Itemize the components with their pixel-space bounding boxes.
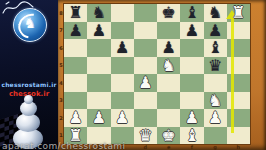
piece-black-pawn: ♟ [208, 22, 222, 39]
piece-white-rook: ♜ [231, 4, 245, 21]
square-d1[interactable]: ♛ [134, 127, 157, 145]
square-e2[interactable] [157, 109, 180, 127]
square-e8[interactable]: ♚ [157, 4, 180, 22]
piece-black-pawn: ♟ [115, 39, 129, 56]
piece-white-pawn: ♟ [68, 109, 82, 126]
piece-black-pawn: ♟ [161, 39, 175, 56]
square-g6[interactable]: ♝ [204, 39, 227, 57]
pawn-sphere-knob [24, 95, 33, 104]
piece-black-king: ♚ [161, 4, 175, 21]
piece-black-knight: ♞ [92, 4, 106, 21]
square-b5[interactable] [87, 57, 110, 75]
square-g8[interactable]: ♞ [204, 4, 227, 22]
square-b6[interactable] [87, 39, 110, 57]
square-b4[interactable] [87, 74, 110, 92]
square-g4[interactable] [204, 74, 227, 92]
square-e3[interactable] [157, 92, 180, 110]
square-c5[interactable] [111, 57, 134, 75]
square-f3[interactable] [180, 92, 203, 110]
square-c8[interactable] [111, 4, 134, 22]
logo-knight-icon: ♞ [14, 15, 46, 31]
square-f7[interactable]: ♟ [180, 22, 203, 40]
piece-black-rook: ♜ [68, 4, 82, 21]
square-a7[interactable]: ♟ [64, 22, 87, 40]
square-e6[interactable]: ♟ [157, 39, 180, 57]
square-a8[interactable]: ♜ [64, 4, 87, 22]
square-b3[interactable] [87, 92, 110, 110]
square-f2[interactable]: ♟ [180, 109, 203, 127]
site-name-primary: chessrostami.ir [0, 81, 58, 88]
watermark-url: aparat.com/chessrostami [2, 141, 125, 150]
piece-white-pawn: ♟ [92, 109, 106, 126]
piece-white-king: ♚ [161, 127, 175, 144]
piece-black-bishop: ♝ [208, 39, 222, 56]
file-label-d: d [134, 144, 157, 150]
square-e7[interactable] [157, 22, 180, 40]
square-g7[interactable]: ♟ [204, 22, 227, 40]
square-g1[interactable] [204, 127, 227, 145]
square-d8[interactable] [134, 4, 157, 22]
square-b2[interactable]: ♟ [87, 109, 110, 127]
piece-black-knight: ♞ [208, 4, 222, 21]
piece-white-knight: ♞ [208, 92, 222, 109]
piece-black-bishop: ♝ [185, 4, 199, 21]
square-a4[interactable] [64, 74, 87, 92]
piece-white-pawn: ♟ [208, 109, 222, 126]
square-d6[interactable] [134, 39, 157, 57]
piece-white-bishop: ♝ [185, 127, 199, 144]
piece-white-queen: ♛ [138, 127, 152, 144]
square-f4[interactable] [180, 74, 203, 92]
square-c2[interactable]: ♟ [111, 109, 134, 127]
video-frame: ♞ chessrostami.ir chessok.ir 87654321 ♜♞… [0, 0, 266, 150]
square-d5[interactable] [134, 57, 157, 75]
square-d3[interactable] [134, 92, 157, 110]
square-a2[interactable]: ♟ [64, 109, 87, 127]
piece-white-pawn: ♟ [115, 109, 129, 126]
square-f8[interactable]: ♝ [180, 4, 203, 22]
square-e1[interactable]: ♚ [157, 127, 180, 145]
square-c4[interactable] [111, 74, 134, 92]
square-b7[interactable]: ♟ [87, 22, 110, 40]
board-frame: 87654321 ♜♞♚♝♞♜♟♟♟♟♟♟♝♞♛♟♞♟♟♟♟♟♜♛♚♝ abcd… [58, 0, 266, 150]
square-c6[interactable]: ♟ [111, 39, 134, 57]
square-g2[interactable]: ♟ [204, 109, 227, 127]
square-c7[interactable] [111, 22, 134, 40]
sidebar: ♞ chessrostami.ir chessok.ir [0, 0, 58, 150]
piece-black-queen: ♛ [208, 57, 222, 74]
square-a5[interactable] [64, 57, 87, 75]
square-f6[interactable] [180, 39, 203, 57]
piece-white-knight: ♞ [161, 57, 175, 74]
chess-board: ♜♞♚♝♞♜♟♟♟♟♟♟♝♞♛♟♞♟♟♟♟♟♜♛♚♝ [64, 4, 250, 144]
square-d4[interactable]: ♟ [134, 74, 157, 92]
chess-club-logo: ♞ [13, 8, 47, 42]
file-label-h: h [227, 144, 250, 150]
piece-white-pawn: ♟ [185, 109, 199, 126]
square-h8[interactable]: ♜ [227, 4, 250, 22]
square-c3[interactable] [111, 92, 134, 110]
square-a3[interactable] [64, 92, 87, 110]
square-d7[interactable] [134, 22, 157, 40]
square-b8[interactable]: ♞ [87, 4, 110, 22]
move-arrow-shaft [231, 18, 234, 133]
square-g3[interactable]: ♞ [204, 92, 227, 110]
square-g5[interactable]: ♛ [204, 57, 227, 75]
file-label-g: g [204, 144, 227, 150]
square-e4[interactable] [157, 74, 180, 92]
file-label-e: e [157, 144, 180, 150]
piece-black-pawn: ♟ [185, 22, 199, 39]
square-f5[interactable] [180, 57, 203, 75]
file-label-f: f [180, 144, 203, 150]
square-d2[interactable] [134, 109, 157, 127]
piece-black-pawn: ♟ [68, 22, 82, 39]
piece-black-pawn: ♟ [92, 22, 106, 39]
square-a6[interactable] [64, 39, 87, 57]
piece-white-pawn: ♟ [138, 74, 152, 91]
square-f1[interactable]: ♝ [180, 127, 203, 145]
square-e5[interactable]: ♞ [157, 57, 180, 75]
